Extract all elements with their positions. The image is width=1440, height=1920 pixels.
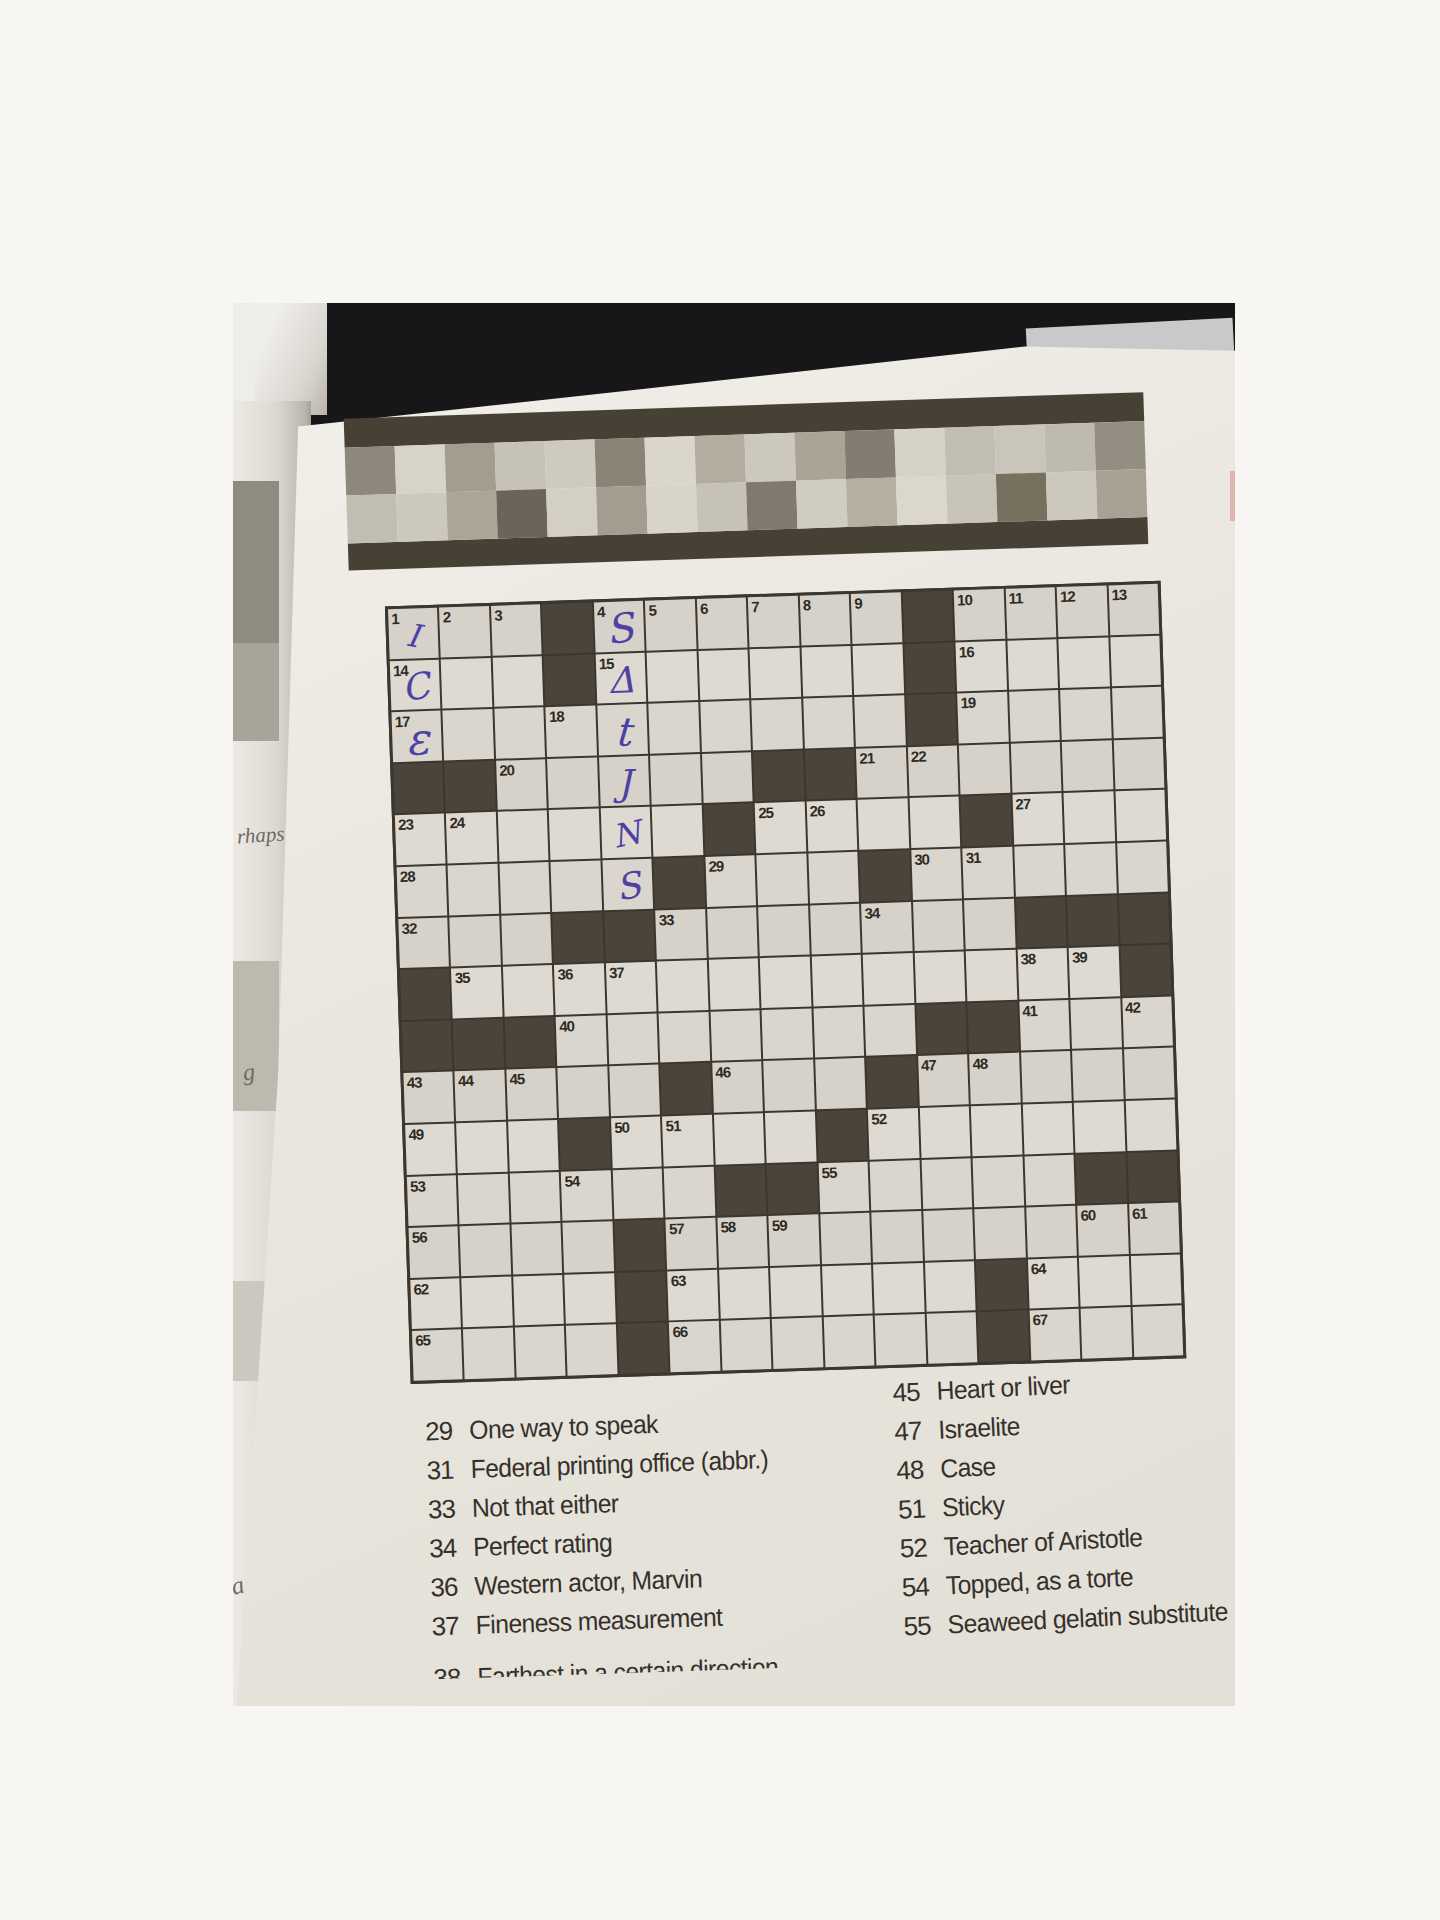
grid-cell[interactable] bbox=[966, 950, 1017, 1001]
grid-cell[interactable] bbox=[494, 707, 545, 758]
grid-cell[interactable] bbox=[649, 702, 700, 753]
grid-cell[interactable] bbox=[921, 1158, 972, 1209]
grid-cell[interactable]: 13 bbox=[1108, 584, 1159, 635]
grid-cell[interactable]: 37 bbox=[606, 962, 657, 1013]
clue: 36Western actor, Marvin bbox=[430, 1558, 891, 1601]
grid-cell[interactable] bbox=[450, 915, 501, 966]
grid-cell[interactable]: 16 bbox=[956, 640, 1007, 691]
grid-cell[interactable]: 19 bbox=[957, 692, 1008, 743]
grid-cell[interactable]: 38 bbox=[1017, 948, 1068, 999]
grid-cell[interactable]: 32 bbox=[398, 917, 449, 968]
grid-cell[interactable] bbox=[810, 903, 861, 954]
banner-square bbox=[446, 491, 498, 541]
handwritten-letter: S bbox=[599, 856, 656, 913]
black-cell bbox=[1127, 1151, 1178, 1202]
cell-number: 29 bbox=[708, 856, 723, 875]
grid-cell[interactable] bbox=[772, 1318, 823, 1369]
grid-cell[interactable] bbox=[443, 709, 494, 760]
grid-cell[interactable]: 46 bbox=[712, 1062, 763, 1113]
grid-cell[interactable] bbox=[752, 699, 803, 750]
clue-number: 38 bbox=[433, 1663, 478, 1679]
grid-cell[interactable]: 40 bbox=[556, 1015, 607, 1066]
banner-square bbox=[396, 492, 448, 542]
clue-text: Farthest in a certain direction bbox=[477, 1653, 779, 1679]
cell-number: 21 bbox=[859, 748, 874, 767]
grid-cell[interactable] bbox=[1074, 1101, 1125, 1152]
grid-cell[interactable] bbox=[714, 1113, 765, 1164]
grid-cell[interactable] bbox=[1115, 790, 1166, 841]
cell-number: 7 bbox=[751, 597, 759, 616]
clue-text: Case bbox=[940, 1452, 997, 1483]
cell-number: 49 bbox=[408, 1124, 423, 1143]
grid-cell[interactable] bbox=[801, 646, 852, 697]
clue-rows-right: 45Heart or liver47Israelite48Case51Stick… bbox=[892, 1360, 1235, 1641]
grid-cell[interactable]: 62 bbox=[410, 1278, 461, 1329]
grid-cell[interactable] bbox=[503, 965, 554, 1016]
cell-number: 34 bbox=[864, 903, 879, 922]
black-cell bbox=[544, 654, 595, 705]
grid-cell[interactable] bbox=[770, 1266, 821, 1317]
clue-number: 47 bbox=[894, 1416, 939, 1446]
grid-cell[interactable]: 43 bbox=[403, 1072, 454, 1123]
cell-number: 51 bbox=[665, 1116, 680, 1135]
clue-number: 51 bbox=[897, 1494, 942, 1524]
black-cell bbox=[661, 1063, 712, 1114]
grid-cell[interactable]: 14C bbox=[390, 659, 441, 710]
grid-cell[interactable] bbox=[498, 811, 549, 862]
grid-cell[interactable]: 60 bbox=[1077, 1204, 1128, 1255]
banner-square bbox=[744, 433, 796, 483]
grid-cell[interactable] bbox=[702, 752, 753, 803]
cell-number: 62 bbox=[413, 1279, 428, 1298]
grid-cell[interactable] bbox=[926, 1313, 977, 1364]
grid-cell[interactable] bbox=[1026, 1206, 1077, 1257]
cell-number: 18 bbox=[549, 707, 564, 726]
grid-cell[interactable] bbox=[1070, 998, 1121, 1049]
crossword-grid: 1I234S567891011121314C15Δ1617ε18t1920J21… bbox=[385, 581, 1186, 1384]
grid-cell[interactable] bbox=[820, 1213, 871, 1264]
grid-cell[interactable] bbox=[457, 1122, 508, 1173]
cell-number: 43 bbox=[406, 1073, 421, 1092]
grid-cell[interactable] bbox=[853, 644, 904, 695]
cell-number: 33 bbox=[658, 910, 673, 929]
grid-cell[interactable]: 35 bbox=[451, 967, 502, 1018]
grid-cell[interactable] bbox=[508, 1120, 559, 1171]
handwritten-letter: t bbox=[597, 704, 648, 755]
grid-cell[interactable] bbox=[1007, 639, 1058, 690]
cell-number: 24 bbox=[449, 813, 464, 832]
clue: 31Federal printing office (abbr.) bbox=[426, 1441, 887, 1484]
black-cell bbox=[817, 1110, 868, 1161]
grid-cell[interactable] bbox=[757, 854, 808, 905]
cell-number: 61 bbox=[1132, 1204, 1147, 1223]
grid-cell[interactable] bbox=[925, 1261, 976, 1312]
clue: 51Sticky bbox=[897, 1477, 1235, 1524]
black-cell bbox=[614, 1220, 665, 1271]
grid-cell[interactable]: 29 bbox=[705, 855, 756, 906]
cell-number: 9 bbox=[854, 594, 862, 613]
grid-cell[interactable] bbox=[609, 1065, 660, 1116]
grid-cell[interactable]: 61 bbox=[1129, 1203, 1180, 1254]
grid-cell[interactable] bbox=[959, 744, 1010, 795]
handwritten-letter: J bbox=[599, 756, 650, 807]
grid-cell[interactable] bbox=[1113, 738, 1164, 789]
grid-cell[interactable] bbox=[558, 1067, 609, 1118]
clue-number: 29 bbox=[425, 1416, 470, 1445]
grid-cell[interactable] bbox=[1081, 1307, 1132, 1358]
grid-cell[interactable]: 7 bbox=[748, 596, 799, 647]
grid-cell[interactable]: 49 bbox=[405, 1123, 456, 1174]
banner-square bbox=[1094, 421, 1146, 471]
grid-cell[interactable]: 52 bbox=[868, 1108, 919, 1159]
grid-cell[interactable] bbox=[510, 1172, 561, 1223]
grid-cell[interactable]: 2 bbox=[439, 606, 490, 657]
grid-cell[interactable] bbox=[1065, 843, 1116, 894]
banner-square bbox=[1046, 471, 1098, 521]
grid-cell[interactable] bbox=[1079, 1256, 1130, 1307]
grid-cell[interactable]: 48 bbox=[969, 1053, 1020, 1104]
grid-cell[interactable]: J bbox=[599, 756, 650, 807]
grid-cell[interactable]: 24 bbox=[446, 812, 497, 863]
clue: 34Perfect rating bbox=[429, 1519, 890, 1562]
grid-cell[interactable]: 50 bbox=[611, 1117, 662, 1168]
clue-text: Heart or liver bbox=[936, 1370, 1071, 1404]
grid-cell[interactable]: 25 bbox=[755, 802, 806, 853]
grid-cell[interactable] bbox=[551, 860, 602, 911]
grid-cell[interactable]: 39 bbox=[1069, 946, 1120, 997]
grid-cell[interactable] bbox=[501, 914, 552, 965]
grid-cell[interactable] bbox=[1022, 1103, 1073, 1154]
grid-cell[interactable]: 42 bbox=[1122, 996, 1173, 1047]
grid-cell[interactable]: 1I bbox=[388, 608, 439, 659]
grid-cell[interactable] bbox=[1130, 1254, 1181, 1305]
handwritten-letter: S bbox=[591, 598, 647, 654]
grid-cell[interactable]: 63 bbox=[667, 1270, 718, 1321]
grid-cell[interactable] bbox=[871, 1211, 922, 1262]
grid-cell[interactable]: 3 bbox=[491, 604, 542, 655]
black-cell bbox=[1076, 1153, 1127, 1204]
grid-cell[interactable] bbox=[913, 900, 964, 951]
clue-number: 31 bbox=[426, 1455, 471, 1484]
grid-cell[interactable]: 17ε bbox=[391, 711, 442, 762]
grid-cell[interactable]: 57 bbox=[666, 1218, 717, 1269]
grid-cell[interactable] bbox=[547, 757, 598, 808]
black-cell bbox=[1118, 893, 1169, 944]
black-cell bbox=[505, 1017, 556, 1068]
grid-cell[interactable] bbox=[1014, 845, 1065, 896]
black-cell bbox=[904, 642, 955, 693]
grid-cell[interactable]: 36 bbox=[554, 964, 605, 1015]
grid-cell[interactable] bbox=[1117, 842, 1168, 893]
banner-square bbox=[844, 429, 896, 479]
clue-number: 48 bbox=[896, 1455, 941, 1485]
grid-cell[interactable]: 4S bbox=[594, 601, 645, 652]
grid-cell[interactable] bbox=[914, 952, 965, 1003]
grid-cell[interactable] bbox=[1058, 637, 1109, 688]
grid-cell[interactable] bbox=[499, 862, 550, 913]
grid-cell[interactable]: 28 bbox=[397, 865, 448, 916]
grid-cell[interactable]: N bbox=[601, 807, 652, 858]
grid-cell[interactable] bbox=[875, 1314, 926, 1365]
grid-cell[interactable]: 15Δ bbox=[595, 652, 646, 703]
cell-number: 3 bbox=[494, 606, 502, 625]
clue-text: Topped, as a torte bbox=[945, 1563, 1134, 1600]
banner-square bbox=[595, 438, 647, 488]
clue-text: Perfect rating bbox=[473, 1528, 613, 1561]
grid-cell[interactable] bbox=[659, 1012, 710, 1063]
cell-number: 25 bbox=[758, 803, 773, 822]
black-cell bbox=[559, 1118, 610, 1169]
grid-cell[interactable] bbox=[563, 1221, 614, 1272]
grid-cell[interactable] bbox=[1009, 690, 1060, 741]
clue-list-right: 45Heart or liver47Israelite48Case51Stick… bbox=[892, 1360, 1235, 1652]
cell-number: 38 bbox=[1020, 949, 1035, 968]
cell-number: 50 bbox=[614, 1118, 629, 1137]
grid-cell[interactable] bbox=[1062, 740, 1113, 791]
grid-cell[interactable] bbox=[923, 1209, 974, 1260]
grid-cell[interactable] bbox=[971, 1105, 1022, 1156]
grid-cell[interactable] bbox=[758, 905, 809, 956]
grid-cell[interactable]: 20 bbox=[496, 759, 547, 810]
cell-number: 60 bbox=[1080, 1205, 1095, 1224]
black-cell bbox=[618, 1323, 669, 1374]
grid-cell[interactable] bbox=[515, 1326, 566, 1377]
grid-cell[interactable] bbox=[513, 1275, 564, 1326]
handwritten-letter: N bbox=[597, 803, 656, 862]
grid-cell[interactable] bbox=[1024, 1154, 1075, 1205]
grid-cell[interactable] bbox=[812, 955, 863, 1006]
handwritten-letter: ε bbox=[391, 711, 442, 762]
grid-cell[interactable]: 5 bbox=[645, 599, 696, 650]
clue: 37Fineness measurement bbox=[431, 1597, 892, 1640]
grid-cell[interactable]: 47 bbox=[918, 1055, 969, 1106]
grid-cell[interactable] bbox=[566, 1325, 617, 1376]
grid-cell[interactable] bbox=[1124, 1048, 1175, 1099]
black-cell bbox=[604, 910, 655, 961]
grid-cell[interactable] bbox=[865, 1005, 916, 1056]
black-cell bbox=[753, 750, 804, 801]
grid-cell[interactable]: 9 bbox=[851, 592, 902, 643]
grid-cell[interactable]: 64 bbox=[1028, 1258, 1079, 1309]
grid-cell[interactable] bbox=[458, 1173, 509, 1224]
banner-square bbox=[345, 446, 397, 496]
black-cell bbox=[961, 795, 1012, 846]
grid-cell[interactable] bbox=[657, 960, 708, 1011]
grid-cell[interactable]: 45 bbox=[506, 1068, 557, 1119]
grid-cell[interactable] bbox=[462, 1276, 513, 1327]
grid-cell[interactable]: 23 bbox=[395, 814, 446, 865]
cell-number: 47 bbox=[921, 1056, 936, 1075]
grid-cell[interactable]: 56 bbox=[409, 1226, 460, 1277]
banner-square bbox=[994, 424, 1046, 474]
black-cell bbox=[704, 804, 755, 855]
black-cell bbox=[402, 1020, 453, 1071]
grid-cell[interactable] bbox=[652, 805, 703, 856]
clue-text: Federal printing office (abbr.) bbox=[470, 1445, 768, 1483]
grid-cell[interactable] bbox=[460, 1225, 511, 1276]
clue-text: One way to speak bbox=[469, 1410, 658, 1444]
grid-cell[interactable] bbox=[1064, 792, 1115, 843]
grid-cell[interactable] bbox=[549, 809, 600, 860]
grid-cell[interactable] bbox=[1072, 1050, 1123, 1101]
grid-cell[interactable]: 34 bbox=[861, 902, 912, 953]
grid-cell[interactable]: 66 bbox=[669, 1321, 720, 1372]
grid-cell[interactable]: 6 bbox=[697, 597, 748, 648]
grid-cell[interactable] bbox=[854, 695, 905, 746]
grid-cell[interactable] bbox=[762, 1008, 813, 1059]
decorative-pixel-banner bbox=[344, 392, 1149, 570]
grid-cell[interactable] bbox=[664, 1166, 715, 1217]
grid-cell[interactable]: 55 bbox=[818, 1161, 869, 1212]
banner-square bbox=[694, 434, 746, 484]
grid-cell[interactable] bbox=[710, 1010, 761, 1061]
grid-cell[interactable] bbox=[1010, 742, 1061, 793]
grid-cell[interactable]: 53 bbox=[407, 1175, 458, 1226]
grid-cell[interactable]: 65 bbox=[412, 1330, 463, 1381]
grid-cell[interactable]: 58 bbox=[717, 1216, 768, 1267]
cell-number: 58 bbox=[720, 1217, 735, 1236]
grid-cell[interactable] bbox=[813, 1007, 864, 1058]
grid-cell[interactable] bbox=[863, 953, 914, 1004]
clue-text: Seaweed gelatin substitute bbox=[947, 1597, 1228, 1638]
grid-cell[interactable]: 8 bbox=[800, 594, 851, 645]
page-edge-pink-mark bbox=[1230, 471, 1235, 521]
grid-cell[interactable] bbox=[1021, 1051, 1072, 1102]
clue: 52Teacher of Aristotle bbox=[899, 1516, 1235, 1563]
grid-cell[interactable] bbox=[815, 1058, 866, 1109]
banner-square bbox=[894, 428, 946, 478]
grid-cell[interactable] bbox=[870, 1160, 921, 1211]
cell-number: 8 bbox=[803, 595, 811, 614]
grid-cell[interactable] bbox=[721, 1319, 772, 1370]
cell-number: 53 bbox=[410, 1176, 425, 1195]
grid-cell[interactable]: 54 bbox=[561, 1170, 612, 1221]
grid-cell[interactable]: 10 bbox=[954, 589, 1005, 640]
black-cell bbox=[866, 1056, 917, 1107]
handwritten-letter: Δ bbox=[595, 652, 646, 703]
black-cell bbox=[902, 591, 953, 642]
grid-cell[interactable]: 44 bbox=[455, 1070, 506, 1121]
grid-cell[interactable] bbox=[803, 697, 854, 748]
cell-number: 63 bbox=[670, 1271, 685, 1290]
banner-square bbox=[846, 477, 898, 527]
cell-number: 19 bbox=[960, 693, 975, 712]
grid-cell[interactable] bbox=[698, 649, 749, 700]
grid-cell[interactable] bbox=[822, 1264, 873, 1315]
grid-cell[interactable] bbox=[973, 1156, 1024, 1207]
clue-number: 33 bbox=[427, 1494, 472, 1523]
banner-square bbox=[395, 444, 447, 494]
grid-cell[interactable] bbox=[808, 852, 859, 903]
grid-cell[interactable] bbox=[463, 1328, 514, 1379]
cell-number: 67 bbox=[1032, 1310, 1047, 1329]
black-cell bbox=[542, 603, 593, 654]
grid-cell[interactable]: 51 bbox=[662, 1115, 713, 1166]
clue-text: Teacher of Aristotle bbox=[943, 1523, 1143, 1560]
black-cell bbox=[553, 912, 604, 963]
grid-cell[interactable] bbox=[1110, 635, 1161, 686]
grid-cell[interactable] bbox=[909, 797, 960, 848]
grid-cell[interactable] bbox=[441, 658, 492, 709]
cell-number: 65 bbox=[415, 1331, 430, 1350]
cell-number: 26 bbox=[809, 801, 824, 820]
grid-cell[interactable] bbox=[719, 1268, 770, 1319]
banner-square bbox=[545, 439, 597, 489]
grid-cell[interactable] bbox=[607, 1013, 658, 1064]
clue-text: Fineness measurement bbox=[475, 1603, 722, 1639]
grid-cell[interactable]: 21 bbox=[856, 747, 907, 798]
clue-number: 55 bbox=[903, 1610, 948, 1640]
grid-cell[interactable]: 12 bbox=[1057, 585, 1108, 636]
clue-number: 36 bbox=[430, 1572, 475, 1601]
grid-cell[interactable] bbox=[760, 957, 811, 1008]
grid-cell[interactable] bbox=[493, 656, 544, 707]
grid-cell[interactable] bbox=[763, 1060, 814, 1111]
grid-cell[interactable]: S bbox=[602, 859, 653, 910]
grid-cell[interactable]: 33 bbox=[655, 909, 706, 960]
grid-cell[interactable]: 11 bbox=[1005, 587, 1056, 638]
grid-cell[interactable] bbox=[1125, 1099, 1176, 1150]
grid-cell[interactable]: 22 bbox=[908, 745, 959, 796]
cell-number: 64 bbox=[1031, 1259, 1046, 1278]
grid-cell[interactable]: 26 bbox=[806, 800, 857, 851]
grid-cell[interactable] bbox=[823, 1316, 874, 1367]
grid-cell[interactable] bbox=[707, 907, 758, 958]
grid-cell[interactable] bbox=[650, 754, 701, 805]
clue-number: 52 bbox=[899, 1533, 944, 1563]
cell-number: 12 bbox=[1060, 587, 1075, 606]
grid-cell[interactable] bbox=[1132, 1306, 1183, 1357]
grid-cell[interactable] bbox=[964, 898, 1015, 949]
black-cell bbox=[445, 761, 496, 812]
grid-cell[interactable] bbox=[765, 1111, 816, 1162]
grid-cell[interactable]: 41 bbox=[1019, 1000, 1070, 1051]
grid-cell[interactable] bbox=[920, 1106, 971, 1157]
grid-cell[interactable] bbox=[565, 1273, 616, 1324]
grid-cell[interactable]: 30 bbox=[911, 848, 962, 899]
grid-cell[interactable] bbox=[873, 1263, 924, 1314]
cell-number: 28 bbox=[400, 867, 415, 886]
black-cell bbox=[860, 850, 911, 901]
grid-cell[interactable]: 18 bbox=[546, 706, 597, 757]
cell-number: 31 bbox=[965, 848, 980, 867]
grid-cell[interactable] bbox=[1060, 689, 1111, 740]
grid-cell[interactable]: 27 bbox=[1012, 793, 1063, 844]
grid-cell[interactable] bbox=[700, 701, 751, 752]
cell-number: 13 bbox=[1111, 585, 1126, 604]
grid-cell[interactable]: t bbox=[597, 704, 648, 755]
black-cell bbox=[393, 762, 444, 813]
black-cell bbox=[976, 1259, 1027, 1310]
black-cell bbox=[616, 1271, 667, 1322]
grid-cell[interactable] bbox=[750, 647, 801, 698]
grid-cell[interactable] bbox=[647, 651, 698, 702]
grid-cell[interactable] bbox=[448, 864, 499, 915]
book-page-photo: rhaps g ass 1I234S567891011121314C15Δ161… bbox=[233, 303, 1235, 1706]
grid-cell[interactable] bbox=[974, 1208, 1025, 1259]
grid-cell[interactable]: 59 bbox=[769, 1215, 820, 1266]
grid-cell[interactable] bbox=[511, 1223, 562, 1274]
cell-number: 54 bbox=[564, 1171, 579, 1190]
grid-cell[interactable]: 31 bbox=[962, 847, 1013, 898]
grid-cell[interactable] bbox=[858, 799, 909, 850]
grid-cell[interactable] bbox=[613, 1168, 664, 1219]
clue-text: Western actor, Marvin bbox=[474, 1564, 703, 1600]
handwritten-letter: C bbox=[387, 656, 444, 713]
grid-cell[interactable] bbox=[1112, 687, 1163, 738]
grid-cell[interactable] bbox=[709, 958, 760, 1009]
grid-cell[interactable]: 67 bbox=[1029, 1309, 1080, 1360]
